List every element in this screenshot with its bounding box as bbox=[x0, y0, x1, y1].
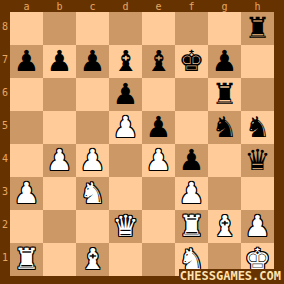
square-e8[interactable] bbox=[142, 12, 175, 45]
rank-label-1: 1 bbox=[0, 243, 10, 276]
black-bishop: ♝ bbox=[146, 45, 172, 78]
square-h6[interactable] bbox=[241, 78, 274, 111]
square-a1[interactable]: ♜ bbox=[10, 243, 43, 276]
square-g4[interactable] bbox=[208, 144, 241, 177]
square-e6[interactable] bbox=[142, 78, 175, 111]
black-rook: ♜ bbox=[245, 12, 271, 45]
square-e3[interactable] bbox=[142, 177, 175, 210]
black-pawn: ♟ bbox=[113, 78, 139, 111]
white-bishop: ♝ bbox=[212, 210, 238, 243]
square-b2[interactable] bbox=[43, 210, 76, 243]
white-pawn: ♟ bbox=[179, 177, 205, 210]
white-rook: ♜ bbox=[14, 243, 40, 276]
square-c4[interactable]: ♟ bbox=[76, 144, 109, 177]
rank-label-7: 7 bbox=[0, 45, 10, 78]
square-h8[interactable]: ♜ bbox=[241, 12, 274, 45]
square-f6[interactable] bbox=[175, 78, 208, 111]
black-pawn: ♟ bbox=[212, 45, 238, 78]
square-f5[interactable] bbox=[175, 111, 208, 144]
square-a8[interactable] bbox=[10, 12, 43, 45]
square-f8[interactable] bbox=[175, 12, 208, 45]
rank-label-5: 5 bbox=[0, 111, 10, 144]
black-knight: ♞ bbox=[245, 111, 271, 144]
square-d2[interactable]: ♛ bbox=[109, 210, 142, 243]
rank-labels: 87654321 bbox=[0, 12, 10, 276]
square-d1[interactable] bbox=[109, 243, 142, 276]
square-d5[interactable]: ♟ bbox=[109, 111, 142, 144]
black-pawn: ♟ bbox=[14, 45, 40, 78]
square-a5[interactable] bbox=[10, 111, 43, 144]
black-bishop: ♝ bbox=[113, 45, 139, 78]
square-a6[interactable] bbox=[10, 78, 43, 111]
rank-label-2: 2 bbox=[0, 210, 10, 243]
square-h3[interactable] bbox=[241, 177, 274, 210]
square-f7[interactable]: ♚ bbox=[175, 45, 208, 78]
white-pawn: ♟ bbox=[113, 111, 139, 144]
square-a4[interactable] bbox=[10, 144, 43, 177]
square-c6[interactable] bbox=[76, 78, 109, 111]
square-g3[interactable] bbox=[208, 177, 241, 210]
black-pawn: ♟ bbox=[80, 45, 106, 78]
square-c3[interactable]: ♞ bbox=[76, 177, 109, 210]
white-queen: ♛ bbox=[113, 210, 139, 243]
square-b5[interactable] bbox=[43, 111, 76, 144]
square-e5[interactable]: ♟ bbox=[142, 111, 175, 144]
square-g6[interactable]: ♜ bbox=[208, 78, 241, 111]
black-knight: ♞ bbox=[212, 111, 238, 144]
square-h5[interactable]: ♞ bbox=[241, 111, 274, 144]
square-b4[interactable]: ♟ bbox=[43, 144, 76, 177]
rank-label-8: 8 bbox=[0, 12, 10, 45]
chess-board-frame: abcdefgh 87654321 ♜♟♟♟♝♝♚♟♟♜♟♟♞♞♟♟♟♟♛♟♞♟… bbox=[0, 0, 284, 284]
square-c5[interactable] bbox=[76, 111, 109, 144]
square-d6[interactable]: ♟ bbox=[109, 78, 142, 111]
white-pawn: ♟ bbox=[14, 177, 40, 210]
square-b8[interactable] bbox=[43, 12, 76, 45]
rank-label-6: 6 bbox=[0, 78, 10, 111]
square-a7[interactable]: ♟ bbox=[10, 45, 43, 78]
square-f3[interactable]: ♟ bbox=[175, 177, 208, 210]
square-e7[interactable]: ♝ bbox=[142, 45, 175, 78]
square-c7[interactable]: ♟ bbox=[76, 45, 109, 78]
white-pawn: ♟ bbox=[245, 210, 271, 243]
black-rook: ♜ bbox=[212, 78, 238, 111]
square-b7[interactable]: ♟ bbox=[43, 45, 76, 78]
square-d7[interactable]: ♝ bbox=[109, 45, 142, 78]
square-h4[interactable]: ♛ bbox=[241, 144, 274, 177]
square-h2[interactable]: ♟ bbox=[241, 210, 274, 243]
black-pawn: ♟ bbox=[146, 111, 172, 144]
chess-board: ♜♟♟♟♝♝♚♟♟♜♟♟♞♞♟♟♟♟♛♟♞♟♛♜♝♟♜♝♞♚ bbox=[10, 12, 274, 276]
square-d8[interactable] bbox=[109, 12, 142, 45]
square-c8[interactable] bbox=[76, 12, 109, 45]
site-watermark: CHESSGAMES.COM bbox=[179, 269, 282, 284]
black-pawn: ♟ bbox=[179, 144, 205, 177]
square-a2[interactable] bbox=[10, 210, 43, 243]
square-d3[interactable] bbox=[109, 177, 142, 210]
square-b3[interactable] bbox=[43, 177, 76, 210]
square-c1[interactable]: ♝ bbox=[76, 243, 109, 276]
square-b6[interactable] bbox=[43, 78, 76, 111]
rank-label-3: 3 bbox=[0, 177, 10, 210]
black-king: ♚ bbox=[179, 45, 205, 78]
white-bishop: ♝ bbox=[80, 243, 106, 276]
square-f4[interactable]: ♟ bbox=[175, 144, 208, 177]
square-g5[interactable]: ♞ bbox=[208, 111, 241, 144]
white-rook: ♜ bbox=[179, 210, 205, 243]
square-h7[interactable] bbox=[241, 45, 274, 78]
black-queen: ♛ bbox=[245, 144, 271, 177]
white-knight: ♞ bbox=[80, 177, 106, 210]
square-f2[interactable]: ♜ bbox=[175, 210, 208, 243]
square-g2[interactable]: ♝ bbox=[208, 210, 241, 243]
square-g8[interactable] bbox=[208, 12, 241, 45]
square-e4[interactable]: ♟ bbox=[142, 144, 175, 177]
white-pawn: ♟ bbox=[146, 144, 172, 177]
white-pawn: ♟ bbox=[47, 144, 73, 177]
rank-label-4: 4 bbox=[0, 144, 10, 177]
white-pawn: ♟ bbox=[80, 144, 106, 177]
square-a3[interactable]: ♟ bbox=[10, 177, 43, 210]
square-g7[interactable]: ♟ bbox=[208, 45, 241, 78]
square-d4[interactable] bbox=[109, 144, 142, 177]
square-c2[interactable] bbox=[76, 210, 109, 243]
square-e2[interactable] bbox=[142, 210, 175, 243]
file-labels: abcdefgh bbox=[10, 0, 274, 12]
square-b1[interactable] bbox=[43, 243, 76, 276]
black-pawn: ♟ bbox=[47, 45, 73, 78]
square-e1[interactable] bbox=[142, 243, 175, 276]
